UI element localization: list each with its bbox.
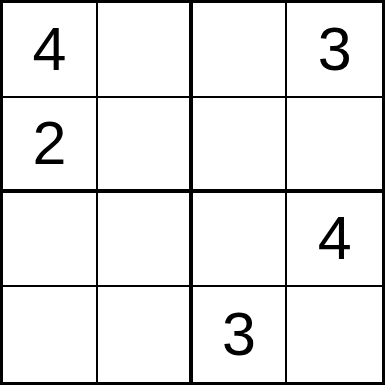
cell-r3c4[interactable]: 4 [287,193,382,288]
cell-r3c2[interactable] [98,193,193,288]
cell-r4c3[interactable]: 3 [193,287,288,382]
cell-r2c1[interactable]: 2 [3,98,98,193]
cell-r1c2[interactable] [98,3,193,98]
cell-r4c4[interactable] [287,287,382,382]
cell-r1c3[interactable] [193,3,288,98]
cell-r1c4[interactable]: 3 [287,3,382,98]
cell-r3c3[interactable] [193,193,288,288]
cell-r1c1[interactable]: 4 [3,3,98,98]
sudoku-board: 4 3 2 4 3 [0,0,385,385]
cell-r4c1[interactable] [3,287,98,382]
cell-r3c1[interactable] [3,193,98,288]
cell-r2c4[interactable] [287,98,382,193]
cell-r2c3[interactable] [193,98,288,193]
cell-r2c2[interactable] [98,98,193,193]
cell-r4c2[interactable] [98,287,193,382]
